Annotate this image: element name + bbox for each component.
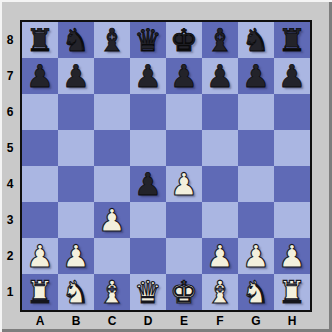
file-label-h: H (274, 312, 310, 332)
square-d4[interactable]: ♟ (130, 166, 166, 202)
piece-white-rook[interactable]: ♜ (274, 274, 310, 310)
square-c2[interactable] (94, 238, 130, 274)
piece-white-pawn[interactable]: ♟ (22, 238, 58, 274)
square-c1[interactable]: ♝ (94, 274, 130, 310)
square-e4[interactable]: ♟ (166, 166, 202, 202)
square-h2[interactable]: ♟ (274, 238, 310, 274)
square-h5[interactable] (274, 130, 310, 166)
square-b8[interactable]: ♞ (58, 22, 94, 58)
square-c4[interactable] (94, 166, 130, 202)
square-e8[interactable]: ♚ (166, 22, 202, 58)
rank-label-5: 5 (0, 130, 20, 166)
square-h7[interactable]: ♟ (274, 58, 310, 94)
piece-white-pawn[interactable]: ♟ (274, 238, 310, 274)
square-c6[interactable] (94, 94, 130, 130)
piece-black-pawn[interactable]: ♟ (274, 58, 310, 94)
rank-label-1: 1 (0, 274, 20, 310)
piece-black-knight[interactable]: ♞ (238, 22, 274, 58)
square-c5[interactable] (94, 130, 130, 166)
piece-black-pawn[interactable]: ♟ (202, 58, 238, 94)
square-h8[interactable]: ♜ (274, 22, 310, 58)
square-e6[interactable] (166, 94, 202, 130)
square-h1[interactable]: ♜ (274, 274, 310, 310)
square-b6[interactable] (58, 94, 94, 130)
piece-black-pawn[interactable]: ♟ (166, 58, 202, 94)
square-e7[interactable]: ♟ (166, 58, 202, 94)
square-g7[interactable]: ♟ (238, 58, 274, 94)
piece-black-rook[interactable]: ♜ (274, 22, 310, 58)
square-f7[interactable]: ♟ (202, 58, 238, 94)
piece-black-pawn[interactable]: ♟ (58, 58, 94, 94)
square-a3[interactable] (22, 202, 58, 238)
square-c7[interactable] (94, 58, 130, 94)
square-e2[interactable] (166, 238, 202, 274)
piece-black-bishop[interactable]: ♝ (202, 22, 238, 58)
square-d2[interactable] (130, 238, 166, 274)
rank-label-7: 7 (0, 58, 20, 94)
piece-black-pawn[interactable]: ♟ (22, 58, 58, 94)
square-c8[interactable]: ♝ (94, 22, 130, 58)
file-label-c: C (94, 312, 130, 332)
square-b5[interactable] (58, 130, 94, 166)
file-label-a: A (22, 312, 58, 332)
square-d3[interactable] (130, 202, 166, 238)
square-e5[interactable] (166, 130, 202, 166)
square-g4[interactable] (238, 166, 274, 202)
rank-label-8: 8 (0, 22, 20, 58)
file-label-b: B (58, 312, 94, 332)
square-f2[interactable]: ♟ (202, 238, 238, 274)
square-b1[interactable]: ♞ (58, 274, 94, 310)
square-f4[interactable] (202, 166, 238, 202)
square-a1[interactable]: ♜ (22, 274, 58, 310)
square-f1[interactable]: ♝ (202, 274, 238, 310)
square-b4[interactable] (58, 166, 94, 202)
square-a7[interactable]: ♟ (22, 58, 58, 94)
file-label-d: D (130, 312, 166, 332)
square-f8[interactable]: ♝ (202, 22, 238, 58)
piece-black-pawn[interactable]: ♟ (130, 166, 166, 202)
board-frame: ♜♞♝♛♚♝♞♜♟♟♟♟♟♟♟♟♟♟♟♟♟♟♟♜♞♝♛♚♝♞♜ 87654321… (0, 0, 332, 332)
piece-white-rook[interactable]: ♜ (22, 274, 58, 310)
file-label-g: G (238, 312, 274, 332)
square-h4[interactable] (274, 166, 310, 202)
square-e1[interactable]: ♚ (166, 274, 202, 310)
piece-white-pawn[interactable]: ♟ (238, 238, 274, 274)
square-d6[interactable] (130, 94, 166, 130)
square-b3[interactable] (58, 202, 94, 238)
file-label-f: F (202, 312, 238, 332)
square-g2[interactable]: ♟ (238, 238, 274, 274)
square-h3[interactable] (274, 202, 310, 238)
square-g1[interactable]: ♞ (238, 274, 274, 310)
square-a6[interactable] (22, 94, 58, 130)
rank-label-3: 3 (0, 202, 20, 238)
square-g3[interactable] (238, 202, 274, 238)
piece-black-pawn[interactable]: ♟ (238, 58, 274, 94)
piece-white-knight[interactable]: ♞ (238, 274, 274, 310)
square-d7[interactable]: ♟ (130, 58, 166, 94)
square-f6[interactable] (202, 94, 238, 130)
square-d8[interactable]: ♛ (130, 22, 166, 58)
rank-label-6: 6 (0, 94, 20, 130)
square-g8[interactable]: ♞ (238, 22, 274, 58)
square-b2[interactable]: ♟ (58, 238, 94, 274)
rank-label-2: 2 (0, 238, 20, 274)
piece-white-queen[interactable]: ♛ (130, 274, 166, 310)
square-h6[interactable] (274, 94, 310, 130)
square-a2[interactable]: ♟ (22, 238, 58, 274)
piece-white-knight[interactable]: ♞ (58, 274, 94, 310)
square-g6[interactable] (238, 94, 274, 130)
piece-black-knight[interactable]: ♞ (58, 22, 94, 58)
square-b7[interactable]: ♟ (58, 58, 94, 94)
piece-black-queen[interactable]: ♛ (130, 22, 166, 58)
piece-white-pawn[interactable]: ♟ (94, 202, 130, 238)
square-f5[interactable] (202, 130, 238, 166)
square-a8[interactable]: ♜ (22, 22, 58, 58)
piece-black-king[interactable]: ♚ (166, 22, 202, 58)
rank-label-4: 4 (0, 166, 20, 202)
piece-white-bishop[interactable]: ♝ (202, 274, 238, 310)
piece-white-pawn[interactable]: ♟ (202, 238, 238, 274)
board: ♜♞♝♛♚♝♞♜♟♟♟♟♟♟♟♟♟♟♟♟♟♟♟♜♞♝♛♚♝♞♜ (20, 20, 312, 312)
square-g5[interactable] (238, 130, 274, 166)
piece-black-bishop[interactable]: ♝ (94, 22, 130, 58)
square-f3[interactable] (202, 202, 238, 238)
square-d1[interactable]: ♛ (130, 274, 166, 310)
piece-white-pawn[interactable]: ♟ (58, 238, 94, 274)
square-c3[interactable]: ♟ (94, 202, 130, 238)
file-label-e: E (166, 312, 202, 332)
square-a5[interactable] (22, 130, 58, 166)
piece-white-bishop[interactable]: ♝ (94, 274, 130, 310)
piece-black-rook[interactable]: ♜ (22, 22, 58, 58)
piece-black-pawn[interactable]: ♟ (130, 58, 166, 94)
piece-white-king[interactable]: ♚ (166, 274, 202, 310)
square-e3[interactable] (166, 202, 202, 238)
piece-white-pawn[interactable]: ♟ (166, 166, 202, 202)
square-a4[interactable] (22, 166, 58, 202)
square-d5[interactable] (130, 130, 166, 166)
